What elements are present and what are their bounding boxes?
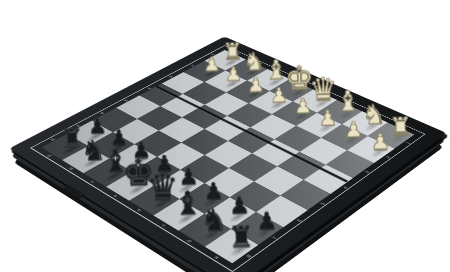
board-surface: ♜♟♟♜♞♟♟♞♝♟♟♝♚♟♟♚♛♟♟♛♝♟♟♝♞♟♟♞♜♟♟♜ <box>41 50 414 263</box>
board-frame: 87654321 87654321 hgfedcba hgfedcba ♜♟♟♜… <box>9 37 447 272</box>
white-pawn-a2[interactable]: ♟ <box>370 132 390 154</box>
coord-label-file-f: f <box>89 180 94 183</box>
coord-label-rank-1: 1 <box>404 141 411 145</box>
black-pawn-b7[interactable]: ♟ <box>228 194 250 218</box>
white-pawn-g2[interactable]: ♟ <box>224 65 242 85</box>
black-pawn-a7[interactable]: ♟ <box>255 209 277 234</box>
white-rook-h1[interactable]: ♜ <box>222 41 243 64</box>
coord-label-rank-2: 2 <box>384 155 391 159</box>
chess-board: 87654321 87654321 hgfedcba hgfedcba ♜♟♟♜… <box>9 37 447 272</box>
board-grid: ♜♟♟♜♞♟♟♞♝♟♟♝♚♟♟♚♛♟♟♛♝♟♟♝♞♟♟♞♜♟♟♜ <box>41 50 414 263</box>
coord-label-rank-5: 5 <box>319 201 326 205</box>
coord-label-file-c: c <box>160 223 167 227</box>
white-pawn-h2[interactable]: ♟ <box>203 55 221 75</box>
white-bishop-c1[interactable]: ♝ <box>335 87 361 116</box>
white-knight-g1[interactable]: ♞ <box>242 48 265 73</box>
product-photo-stage: 87654321 87654321 hgfedcba hgfedcba ♜♟♟♜… <box>0 0 450 272</box>
coord-label-rank-7: 7 <box>270 235 278 240</box>
black-pawn-c7[interactable]: ♟ <box>203 180 224 204</box>
coord-label-rank-3: 3 <box>363 170 370 174</box>
coord-label-rank-4: 4 <box>341 185 348 189</box>
black-bishop-c8[interactable]: ♝ <box>172 187 202 220</box>
white-rook-a1[interactable]: ♜ <box>388 114 411 140</box>
white-pawn-b2[interactable]: ♟ <box>343 120 363 142</box>
white-queen-d1[interactable]: ♛ <box>308 73 337 105</box>
white-knight-b1[interactable]: ♞ <box>361 100 386 127</box>
white-pawn-c2[interactable]: ♟ <box>318 108 337 129</box>
coord-label-rank-8: 8 <box>245 253 253 258</box>
white-pawn-f2[interactable]: ♟ <box>246 75 264 95</box>
black-rook-a8[interactable]: ♜ <box>227 222 254 252</box>
white-pawn-d2[interactable]: ♟ <box>293 97 312 118</box>
black-knight-b8[interactable]: ♞ <box>199 204 227 236</box>
coord-label-rank-6: 6 <box>295 218 302 222</box>
white-pawn-e2[interactable]: ♟ <box>269 86 288 107</box>
